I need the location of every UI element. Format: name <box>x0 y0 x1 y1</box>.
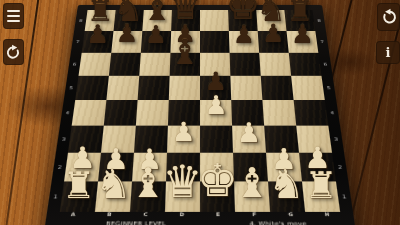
piece-white-knight-b1[interactable]: ♞ <box>95 164 131 205</box>
level-indicator: BEGINNER LEVEL <box>106 220 166 225</box>
rank-label-4: 4 <box>326 108 339 117</box>
piece-white-knight-g1[interactable]: ♞ <box>268 164 304 205</box>
rank-label-7: 7 <box>316 38 328 45</box>
menu-button[interactable] <box>3 3 24 29</box>
square-h4[interactable] <box>294 100 329 126</box>
piece-white-king-e1[interactable]: ♚ <box>197 158 238 204</box>
square-c6[interactable] <box>139 53 170 76</box>
rank-label-5: 5 <box>65 84 77 92</box>
square-f6[interactable] <box>230 53 261 76</box>
square-h6[interactable] <box>289 53 322 76</box>
turn-indicator: 4. White's move <box>249 220 306 225</box>
chess-app-screen: ABCDEFGH 87654321 87654321 BEGINNER LEVE… <box>0 0 400 225</box>
rotate-board-button[interactable] <box>3 39 24 65</box>
piece-black-pawn-a7[interactable]: ♟ <box>86 22 109 48</box>
rank-label-8: 8 <box>75 17 86 24</box>
piece-white-bishop-c1[interactable]: ♝ <box>130 163 167 204</box>
square-e7[interactable] <box>200 31 230 53</box>
piece-black-pawn-h7[interactable]: ♟ <box>291 22 314 48</box>
square-b6[interactable] <box>109 53 141 76</box>
square-c4[interactable] <box>136 100 169 126</box>
info-button[interactable]: i <box>376 41 400 64</box>
hamburger-menu-icon <box>7 8 20 25</box>
piece-black-bishop-d6[interactable]: ♝ <box>169 35 200 69</box>
rank-label-6: 6 <box>319 60 331 68</box>
square-h5[interactable] <box>291 76 325 100</box>
square-g6[interactable] <box>259 53 291 76</box>
rotate-board-icon <box>5 44 22 61</box>
piece-white-bishop-f1[interactable]: ♝ <box>234 163 271 204</box>
piece-white-pawn-d3[interactable]: ♟ <box>172 119 196 145</box>
square-d5[interactable] <box>169 76 200 100</box>
rank-label-1: 1 <box>49 191 63 201</box>
undo-arrow-icon <box>380 8 398 26</box>
square-c5[interactable] <box>138 76 170 100</box>
rank-label-3: 3 <box>330 134 343 143</box>
square-g5[interactable] <box>261 76 294 100</box>
piece-black-pawn-b7[interactable]: ♟ <box>116 22 138 47</box>
piece-white-rook-h1[interactable]: ♜ <box>305 167 338 204</box>
square-e3[interactable] <box>200 126 233 153</box>
rank-label-5: 5 <box>323 84 335 92</box>
square-f5[interactable] <box>230 76 262 100</box>
undo-button[interactable] <box>377 3 400 31</box>
piece-white-pawn-f3[interactable]: ♟ <box>237 119 261 146</box>
piece-black-pawn-c7[interactable]: ♟ <box>145 23 167 47</box>
rank-label-6: 6 <box>69 60 81 68</box>
piece-white-rook-a1[interactable]: ♜ <box>62 167 95 204</box>
square-g4[interactable] <box>262 100 296 126</box>
square-a6[interactable] <box>79 53 112 76</box>
info-icon: i <box>386 46 391 59</box>
rank-label-8: 8 <box>313 17 324 24</box>
status-bar: BEGINNER LEVEL 4. White's move <box>51 218 350 225</box>
piece-black-pawn-f7[interactable]: ♟ <box>233 23 255 47</box>
square-b5[interactable] <box>106 76 139 100</box>
square-a4[interactable] <box>72 100 107 126</box>
rank-label-1: 1 <box>337 191 351 201</box>
square-b4[interactable] <box>104 100 138 126</box>
rank-label-4: 4 <box>61 108 74 117</box>
piece-black-pawn-g7[interactable]: ♟ <box>262 22 284 47</box>
piece-white-pawn-e4[interactable]: ♟ <box>204 93 227 119</box>
rank-label-7: 7 <box>72 38 84 45</box>
square-a5[interactable] <box>75 76 109 100</box>
square-e8[interactable] <box>200 10 229 31</box>
wood-plank-seam <box>4 0 40 225</box>
